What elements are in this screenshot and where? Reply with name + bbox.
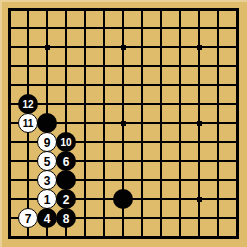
star-point — [197, 197, 202, 202]
go-diagram: 123456789101112 — [0, 0, 247, 247]
stone-black-g3 — [113, 189, 133, 209]
move-number-label: 7 — [25, 213, 32, 225]
star-point — [121, 45, 126, 50]
grid-line-vertical — [217, 9, 219, 237]
stone-white-11: 11 — [18, 113, 38, 133]
star-point — [45, 45, 50, 50]
stone-black-d4 — [56, 170, 76, 190]
move-number-label: 2 — [63, 194, 70, 206]
move-number-label: 10 — [60, 138, 71, 148]
move-number-label: 4 — [44, 213, 51, 225]
move-number-label: 6 — [63, 156, 70, 168]
star-point — [197, 121, 202, 126]
star-point — [121, 121, 126, 126]
stone-white-7: 7 — [18, 208, 38, 228]
move-number-label: 12 — [22, 100, 33, 110]
stone-black-6: 6 — [56, 151, 76, 171]
stone-white-5: 5 — [37, 151, 57, 171]
move-number-label: 8 — [63, 213, 70, 225]
stone-black-8: 8 — [56, 208, 76, 228]
grid-line-vertical — [160, 9, 162, 237]
stone-black-2: 2 — [56, 189, 76, 209]
stone-white-1: 1 — [37, 189, 57, 209]
stone-white-9: 9 — [37, 132, 57, 152]
stone-black-c7 — [37, 113, 57, 133]
stone-white-3: 3 — [37, 170, 57, 190]
grid-line-vertical — [141, 9, 143, 237]
stone-black-4: 4 — [37, 208, 57, 228]
move-number-label: 5 — [44, 156, 51, 168]
grid-line-vertical — [179, 9, 181, 237]
stone-black-12: 12 — [18, 94, 38, 114]
move-number-label: 9 — [44, 137, 51, 149]
move-number-label: 11 — [23, 119, 34, 129]
star-point — [197, 45, 202, 50]
stone-black-10: 10 — [56, 132, 76, 152]
move-number-label: 3 — [44, 175, 51, 187]
move-number-label: 1 — [44, 194, 51, 206]
